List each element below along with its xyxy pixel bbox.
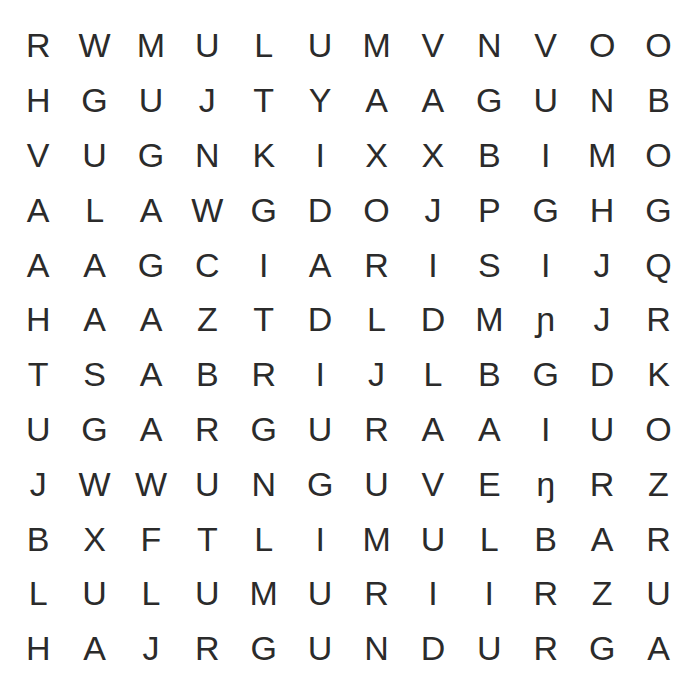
grid-cell[interactable]: D xyxy=(405,292,461,347)
grid-cell[interactable]: A xyxy=(66,621,122,676)
grid-cell[interactable]: U xyxy=(179,456,235,511)
grid-cell[interactable]: Z xyxy=(630,456,686,511)
grid-cell[interactable]: I xyxy=(461,566,517,621)
grid-cell[interactable]: N xyxy=(461,18,517,73)
grid-cell[interactable]: A xyxy=(10,182,66,237)
grid-cell[interactable]: G xyxy=(123,128,179,183)
grid-cell[interactable]: U xyxy=(292,566,348,621)
grid-cell[interactable]: A xyxy=(123,347,179,402)
grid-cell[interactable]: A xyxy=(461,402,517,457)
grid-cell[interactable]: G xyxy=(236,621,292,676)
grid-cell[interactable]: X xyxy=(66,511,122,566)
grid-cell[interactable]: G xyxy=(292,456,348,511)
grid-cell[interactable]: V xyxy=(405,18,461,73)
grid-cell[interactable]: C xyxy=(179,237,235,292)
grid-cell[interactable]: O xyxy=(630,128,686,183)
grid-cell[interactable]: U xyxy=(292,18,348,73)
grid-cell[interactable]: W xyxy=(66,456,122,511)
grid-cell[interactable]: W xyxy=(123,456,179,511)
grid-cell[interactable]: L xyxy=(123,566,179,621)
grid-cell[interactable]: Z xyxy=(179,292,235,347)
grid-cell[interactable]: Y xyxy=(292,73,348,128)
grid-cell[interactable]: G xyxy=(236,182,292,237)
word-search-grid: RWMULUMVNVOOHGUJTYAAGUNBVUGNKIXXBIMOALAW… xyxy=(10,18,687,676)
grid-cell[interactable]: D xyxy=(292,292,348,347)
grid-cell[interactable]: J xyxy=(123,621,179,676)
grid-cell[interactable]: P xyxy=(461,182,517,237)
grid-cell[interactable]: O xyxy=(630,18,686,73)
grid-cell[interactable]: O xyxy=(574,18,630,73)
grid-cell[interactable]: V xyxy=(518,18,574,73)
grid-cell[interactable]: L xyxy=(236,18,292,73)
grid-cell[interactable]: D xyxy=(405,621,461,676)
grid-cell[interactable]: T xyxy=(236,292,292,347)
grid-cell[interactable]: M xyxy=(348,511,404,566)
grid-cell[interactable]: A xyxy=(123,402,179,457)
grid-cell[interactable]: ŋ xyxy=(518,456,574,511)
grid-cell[interactable]: W xyxy=(179,182,235,237)
grid-cell[interactable]: M xyxy=(236,566,292,621)
grid-cell[interactable]: Q xyxy=(630,237,686,292)
grid-cell[interactable]: D xyxy=(574,347,630,402)
grid-cell[interactable]: O xyxy=(630,402,686,457)
grid-cell[interactable]: R xyxy=(348,237,404,292)
grid-cell[interactable]: A xyxy=(405,73,461,128)
grid-cell[interactable]: U xyxy=(179,18,235,73)
grid-cell[interactable]: S xyxy=(66,347,122,402)
grid-cell[interactable]: B xyxy=(461,347,517,402)
grid-cell[interactable]: J xyxy=(10,456,66,511)
grid-cell[interactable]: H xyxy=(574,182,630,237)
grid-cell[interactable]: R xyxy=(10,18,66,73)
grid-cell[interactable]: A xyxy=(66,292,122,347)
grid-cell[interactable]: A xyxy=(123,292,179,347)
grid-cell[interactable]: A xyxy=(630,621,686,676)
grid-cell[interactable]: A xyxy=(123,182,179,237)
grid-cell[interactable]: J xyxy=(405,182,461,237)
grid-cell[interactable]: J xyxy=(179,73,235,128)
grid-cell[interactable]: L xyxy=(348,292,404,347)
grid-cell[interactable]: B xyxy=(461,128,517,183)
grid-cell[interactable]: B xyxy=(10,511,66,566)
grid-cell[interactable]: I xyxy=(405,237,461,292)
grid-cell[interactable]: U xyxy=(66,128,122,183)
grid-cell[interactable]: T xyxy=(10,347,66,402)
grid-cell[interactable]: U xyxy=(461,621,517,676)
grid-cell[interactable]: L xyxy=(236,511,292,566)
grid-cell[interactable]: B xyxy=(630,73,686,128)
grid-cell[interactable]: ɲ xyxy=(518,292,574,347)
grid-cell[interactable]: X xyxy=(348,128,404,183)
grid-cell[interactable]: I xyxy=(292,128,348,183)
grid-cell[interactable]: F xyxy=(123,511,179,566)
grid-cell[interactable]: J xyxy=(574,237,630,292)
grid-cell[interactable]: H xyxy=(10,73,66,128)
grid-cell[interactable]: K xyxy=(630,347,686,402)
grid-cell[interactable]: S xyxy=(461,237,517,292)
grid-cell[interactable]: A xyxy=(292,237,348,292)
grid-cell[interactable]: R xyxy=(518,621,574,676)
grid-cell[interactable]: G xyxy=(518,182,574,237)
grid-cell[interactable]: L xyxy=(405,347,461,402)
grid-cell[interactable]: G xyxy=(123,237,179,292)
grid-cell[interactable]: O xyxy=(348,182,404,237)
grid-cell[interactable]: V xyxy=(10,128,66,183)
grid-cell[interactable]: H xyxy=(10,292,66,347)
grid-cell[interactable]: U xyxy=(179,566,235,621)
grid-cell[interactable]: A xyxy=(405,402,461,457)
grid-cell[interactable]: R xyxy=(236,347,292,402)
grid-cell[interactable]: I xyxy=(236,237,292,292)
grid-cell[interactable]: U xyxy=(405,511,461,566)
grid-cell[interactable]: N xyxy=(348,621,404,676)
grid-cell[interactable]: G xyxy=(66,73,122,128)
grid-cell[interactable]: N xyxy=(574,73,630,128)
grid-cell[interactable]: G xyxy=(630,182,686,237)
grid-cell[interactable]: A xyxy=(66,237,122,292)
grid-cell[interactable]: J xyxy=(348,347,404,402)
grid-cell[interactable]: L xyxy=(461,511,517,566)
grid-cell[interactable]: H xyxy=(10,621,66,676)
grid-cell[interactable]: E xyxy=(461,456,517,511)
grid-cell[interactable]: I xyxy=(292,511,348,566)
grid-cell[interactable]: G xyxy=(518,347,574,402)
grid-cell[interactable]: U xyxy=(518,73,574,128)
grid-cell[interactable]: I xyxy=(518,128,574,183)
grid-cell[interactable]: T xyxy=(179,511,235,566)
grid-cell[interactable]: V xyxy=(405,456,461,511)
grid-cell[interactable]: A xyxy=(574,511,630,566)
grid-cell[interactable]: R xyxy=(574,456,630,511)
grid-cell[interactable]: U xyxy=(574,402,630,457)
grid-cell[interactable]: L xyxy=(66,182,122,237)
grid-cell[interactable]: R xyxy=(630,292,686,347)
grid-cell[interactable]: U xyxy=(292,621,348,676)
grid-cell[interactable]: K xyxy=(236,128,292,183)
grid-cell[interactable]: N xyxy=(236,456,292,511)
grid-cell[interactable]: N xyxy=(179,128,235,183)
grid-cell[interactable]: R xyxy=(348,402,404,457)
grid-cell[interactable]: A xyxy=(10,237,66,292)
grid-cell[interactable]: G xyxy=(66,402,122,457)
grid-cell[interactable]: T xyxy=(236,73,292,128)
grid-cell[interactable]: G xyxy=(574,621,630,676)
grid-cell[interactable]: R xyxy=(630,511,686,566)
grid-cell[interactable]: L xyxy=(10,566,66,621)
grid-cell[interactable]: R xyxy=(179,402,235,457)
grid-cell[interactable]: U xyxy=(630,566,686,621)
grid-cell[interactable]: J xyxy=(574,292,630,347)
grid-cell[interactable]: B xyxy=(179,347,235,402)
grid-cell[interactable]: G xyxy=(461,73,517,128)
grid-cell[interactable]: R xyxy=(348,566,404,621)
grid-cell[interactable]: B xyxy=(518,511,574,566)
grid-cell[interactable]: M xyxy=(574,128,630,183)
grid-cell[interactable]: I xyxy=(518,237,574,292)
grid-cell[interactable]: U xyxy=(66,566,122,621)
grid-cell[interactable]: D xyxy=(292,182,348,237)
grid-cell[interactable]: U xyxy=(348,456,404,511)
grid-cell[interactable]: U xyxy=(10,402,66,457)
grid-cell[interactable]: M xyxy=(461,292,517,347)
grid-cell[interactable]: X xyxy=(405,128,461,183)
grid-cell[interactable]: U xyxy=(123,73,179,128)
grid-cell[interactable]: Z xyxy=(574,566,630,621)
grid-cell[interactable]: M xyxy=(123,18,179,73)
grid-cell[interactable]: W xyxy=(66,18,122,73)
grid-cell[interactable]: G xyxy=(236,402,292,457)
grid-cell[interactable]: I xyxy=(405,566,461,621)
grid-cell[interactable]: M xyxy=(348,18,404,73)
grid-cell[interactable]: I xyxy=(518,402,574,457)
grid-cell[interactable]: U xyxy=(292,402,348,457)
grid-cell[interactable]: R xyxy=(179,621,235,676)
grid-cell[interactable]: R xyxy=(518,566,574,621)
grid-cell[interactable]: A xyxy=(348,73,404,128)
grid-cell[interactable]: I xyxy=(292,347,348,402)
